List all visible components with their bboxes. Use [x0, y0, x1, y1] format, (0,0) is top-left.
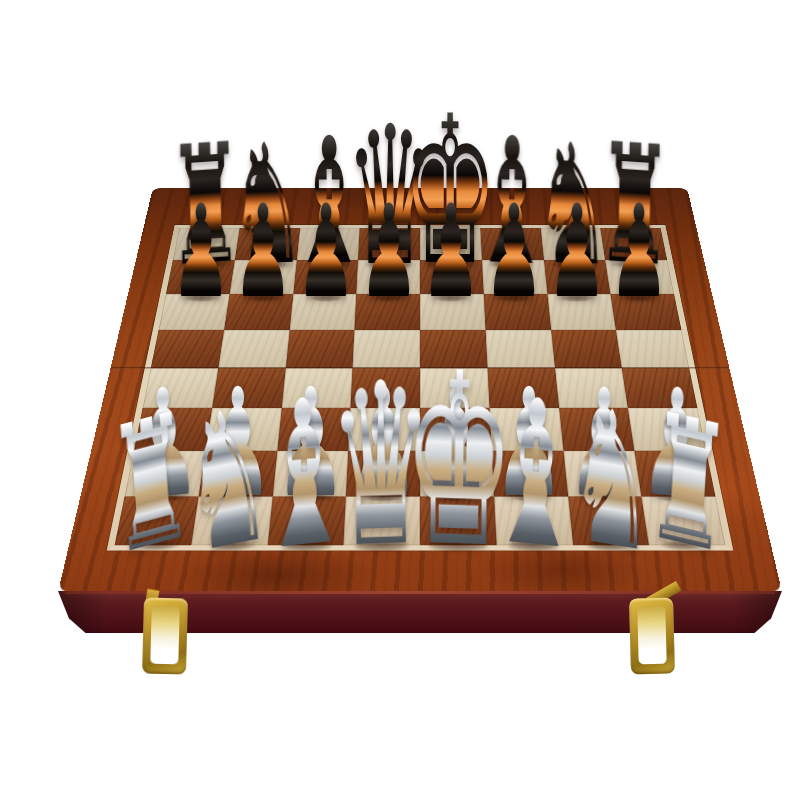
brass-clasp-left — [142, 597, 188, 674]
piece-layer: ♜♞♝♛♚♝♞♜♟♟♟♟♟♟♟♟♟♟♟♟♟♟♟♟♜♞♝♛♚♝♞♜ — [0, 0, 800, 800]
product-photo-scene: ♜♞♝♛♚♝♞♜♟♟♟♟♟♟♟♟♟♟♟♟♟♟♟♟♜♞♝♛♚♝♞♜ — [0, 0, 800, 800]
brass-clasp-right — [629, 597, 675, 674]
piece-black-pawn-h7[interactable]: ♟ — [566, 188, 713, 316]
piece-white-rook-h1[interactable]: ♜ — [610, 381, 767, 588]
clasp-opening — [637, 606, 667, 665]
clasp-opening — [150, 606, 180, 665]
